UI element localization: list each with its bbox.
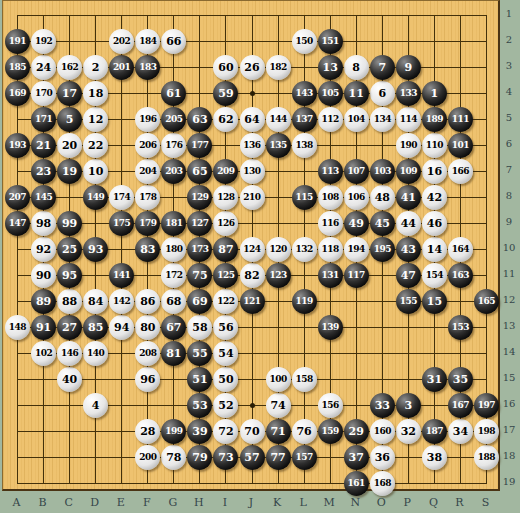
stone-72: 72 xyxy=(213,419,238,444)
stone-6: 6 xyxy=(370,81,395,106)
stone-179: 179 xyxy=(135,211,160,236)
stone-95: 95 xyxy=(57,263,82,288)
stone-94: 94 xyxy=(109,315,134,340)
stone-147: 147 xyxy=(5,211,30,236)
stone-153: 153 xyxy=(448,315,473,340)
stone-88: 88 xyxy=(57,289,82,314)
stone-183: 183 xyxy=(135,55,160,80)
stone-89: 89 xyxy=(31,289,56,314)
stone-172: 172 xyxy=(161,263,186,288)
stone-66: 66 xyxy=(161,29,186,54)
stone-67: 67 xyxy=(161,315,186,340)
goban[interactable]: 1234567891011121314151617181920212223242… xyxy=(2,0,500,491)
stone-202: 202 xyxy=(109,29,134,54)
stone-18: 18 xyxy=(83,81,108,106)
stone-19: 19 xyxy=(57,159,82,184)
stone-135: 135 xyxy=(266,133,291,158)
stone-178: 178 xyxy=(135,185,160,210)
grid-line-horizontal xyxy=(17,483,487,484)
stone-8: 8 xyxy=(344,55,369,80)
stone-210: 210 xyxy=(240,185,265,210)
stone-81: 81 xyxy=(161,341,186,366)
stone-33: 33 xyxy=(370,393,395,418)
stone-2: 2 xyxy=(83,55,108,80)
stone-34: 34 xyxy=(448,419,473,444)
stone-20: 20 xyxy=(57,133,82,158)
hoshi-point xyxy=(250,403,255,408)
stone-10: 10 xyxy=(83,159,108,184)
row-label-10: 10 xyxy=(500,242,518,253)
stone-74: 74 xyxy=(266,393,291,418)
stone-139: 139 xyxy=(318,315,343,340)
stone-58: 58 xyxy=(187,315,212,340)
stone-76: 76 xyxy=(292,419,317,444)
stone-116: 116 xyxy=(318,211,343,236)
stone-155: 155 xyxy=(396,289,421,314)
stone-107: 107 xyxy=(344,159,369,184)
stone-128: 128 xyxy=(213,185,238,210)
stone-198: 198 xyxy=(474,419,499,444)
stone-184: 184 xyxy=(135,29,160,54)
stone-113: 113 xyxy=(318,159,343,184)
stone-206: 206 xyxy=(135,133,160,158)
stone-98: 98 xyxy=(31,211,56,236)
stone-92: 92 xyxy=(31,237,56,262)
stone-51: 51 xyxy=(187,367,212,392)
stone-154: 154 xyxy=(422,263,447,288)
stone-129: 129 xyxy=(187,185,212,210)
stone-200: 200 xyxy=(135,445,160,470)
stone-181: 181 xyxy=(161,211,186,236)
stone-137: 137 xyxy=(292,107,317,132)
row-label-14: 14 xyxy=(500,346,518,357)
stone-106: 106 xyxy=(344,185,369,210)
row-label-17: 17 xyxy=(500,424,518,435)
stone-166: 166 xyxy=(448,159,473,184)
stone-100: 100 xyxy=(266,367,291,392)
row-label-8: 8 xyxy=(500,190,518,201)
stone-121: 121 xyxy=(240,289,265,314)
row-label-4: 4 xyxy=(500,86,518,97)
stone-102: 102 xyxy=(31,341,56,366)
stone-44: 44 xyxy=(396,211,421,236)
column-label-P: P xyxy=(399,496,415,509)
stone-14: 14 xyxy=(422,237,447,262)
stone-83: 83 xyxy=(135,237,160,262)
stone-99: 99 xyxy=(57,211,82,236)
stone-40: 40 xyxy=(57,367,82,392)
stone-105: 105 xyxy=(318,81,343,106)
stone-119: 119 xyxy=(292,289,317,314)
column-label-J: J xyxy=(243,496,259,509)
stone-63: 63 xyxy=(187,107,212,132)
stone-204: 204 xyxy=(135,159,160,184)
stone-112: 112 xyxy=(318,107,343,132)
stone-185: 185 xyxy=(5,55,30,80)
row-label-18: 18 xyxy=(500,450,518,461)
stone-21: 21 xyxy=(31,133,56,158)
stone-163: 163 xyxy=(448,263,473,288)
stone-182: 182 xyxy=(266,55,291,80)
stone-93: 93 xyxy=(83,237,108,262)
stone-150: 150 xyxy=(292,29,317,54)
stone-7: 7 xyxy=(370,55,395,80)
stone-90: 90 xyxy=(31,263,56,288)
column-label-Q: Q xyxy=(425,496,441,509)
stone-132: 132 xyxy=(292,237,317,262)
stone-49: 49 xyxy=(344,211,369,236)
stone-201: 201 xyxy=(109,55,134,80)
stone-12: 12 xyxy=(83,107,108,132)
go-app-frame: 1234567891011121314151617181920212223242… xyxy=(0,0,520,513)
stone-79: 79 xyxy=(187,445,212,470)
stone-207: 207 xyxy=(5,185,30,210)
stone-71: 71 xyxy=(266,419,291,444)
stone-114: 114 xyxy=(396,107,421,132)
row-label-5: 5 xyxy=(500,112,518,123)
stone-197: 197 xyxy=(474,393,499,418)
stone-162: 162 xyxy=(57,55,82,80)
stone-45: 45 xyxy=(370,211,395,236)
stone-85: 85 xyxy=(83,315,108,340)
stone-165: 165 xyxy=(474,289,499,314)
stone-28: 28 xyxy=(135,419,160,444)
row-label-12: 12 xyxy=(500,294,518,305)
stone-151: 151 xyxy=(318,29,343,54)
stone-77: 77 xyxy=(266,445,291,470)
row-label-13: 13 xyxy=(500,320,518,331)
stone-173: 173 xyxy=(187,237,212,262)
stone-91: 91 xyxy=(31,315,56,340)
stone-157: 157 xyxy=(292,445,317,470)
stone-180: 180 xyxy=(161,237,186,262)
stone-36: 36 xyxy=(370,445,395,470)
column-label-E: E xyxy=(113,496,129,509)
column-label-N: N xyxy=(347,496,363,509)
stone-46: 46 xyxy=(422,211,447,236)
stone-195: 195 xyxy=(370,237,395,262)
stone-196: 196 xyxy=(135,107,160,132)
stone-175: 175 xyxy=(109,211,134,236)
stone-78: 78 xyxy=(161,445,186,470)
stone-109: 109 xyxy=(396,159,421,184)
stone-43: 43 xyxy=(396,237,421,262)
column-label-S: S xyxy=(478,496,494,509)
stone-62: 62 xyxy=(213,107,238,132)
stone-168: 168 xyxy=(370,471,395,496)
stone-208: 208 xyxy=(135,341,160,366)
stone-5: 5 xyxy=(57,107,82,132)
stone-31: 31 xyxy=(422,367,447,392)
stone-167: 167 xyxy=(448,393,473,418)
stone-37: 37 xyxy=(344,445,369,470)
stone-192: 192 xyxy=(31,29,56,54)
stone-170: 170 xyxy=(31,81,56,106)
stone-22: 22 xyxy=(83,133,108,158)
column-label-A: A xyxy=(9,496,25,509)
stone-47: 47 xyxy=(396,263,421,288)
stone-131: 131 xyxy=(318,263,343,288)
stone-117: 117 xyxy=(344,263,369,288)
stone-160: 160 xyxy=(370,419,395,444)
stone-122: 122 xyxy=(213,289,238,314)
row-label-3: 3 xyxy=(500,60,518,71)
stone-140: 140 xyxy=(83,341,108,366)
stone-108: 108 xyxy=(318,185,343,210)
column-label-G: G xyxy=(165,496,181,509)
stone-29: 29 xyxy=(344,419,369,444)
stone-13: 13 xyxy=(318,55,343,80)
stone-156: 156 xyxy=(318,393,343,418)
stone-194: 194 xyxy=(344,237,369,262)
stone-148: 148 xyxy=(5,315,30,340)
stone-70: 70 xyxy=(240,419,265,444)
stone-130: 130 xyxy=(240,159,265,184)
stone-48: 48 xyxy=(370,185,395,210)
stone-59: 59 xyxy=(213,81,238,106)
stone-169: 169 xyxy=(5,81,30,106)
grid-line-horizontal xyxy=(17,379,487,380)
stone-203: 203 xyxy=(161,159,186,184)
stone-50: 50 xyxy=(213,367,238,392)
stone-123: 123 xyxy=(266,263,291,288)
stone-27: 27 xyxy=(57,315,82,340)
stone-209: 209 xyxy=(213,159,238,184)
stone-56: 56 xyxy=(213,315,238,340)
stone-174: 174 xyxy=(109,185,134,210)
stone-38: 38 xyxy=(422,445,447,470)
stone-1: 1 xyxy=(422,81,447,106)
stone-80: 80 xyxy=(135,315,160,340)
column-label-O: O xyxy=(373,496,389,509)
stone-57: 57 xyxy=(240,445,265,470)
stone-16: 16 xyxy=(422,159,447,184)
stone-60: 60 xyxy=(213,55,238,80)
stone-124: 124 xyxy=(240,237,265,262)
stone-161: 161 xyxy=(344,471,369,496)
stone-101: 101 xyxy=(448,133,473,158)
stone-68: 68 xyxy=(161,289,186,314)
stone-24: 24 xyxy=(31,55,56,80)
stone-144: 144 xyxy=(266,107,291,132)
column-label-R: R xyxy=(451,496,467,509)
stone-188: 188 xyxy=(474,445,499,470)
stone-159: 159 xyxy=(318,419,343,444)
column-label-C: C xyxy=(61,496,77,509)
stone-125: 125 xyxy=(213,263,238,288)
stone-86: 86 xyxy=(135,289,160,314)
stone-75: 75 xyxy=(187,263,212,288)
column-label-H: H xyxy=(191,496,207,509)
stone-11: 11 xyxy=(344,81,369,106)
stone-177: 177 xyxy=(187,133,212,158)
stone-133: 133 xyxy=(396,81,421,106)
stone-187: 187 xyxy=(422,419,447,444)
row-label-6: 6 xyxy=(500,138,518,149)
stone-54: 54 xyxy=(213,341,238,366)
column-label-D: D xyxy=(87,496,103,509)
stone-73: 73 xyxy=(213,445,238,470)
stone-158: 158 xyxy=(292,367,317,392)
stone-190: 190 xyxy=(396,133,421,158)
column-label-L: L xyxy=(295,496,311,509)
stone-25: 25 xyxy=(57,237,82,262)
stone-110: 110 xyxy=(422,133,447,158)
column-label-M: M xyxy=(321,496,337,509)
stone-142: 142 xyxy=(109,289,134,314)
row-label-1: 1 xyxy=(500,8,518,19)
stone-205: 205 xyxy=(161,107,186,132)
stone-61: 61 xyxy=(161,81,186,106)
row-label-11: 11 xyxy=(500,268,518,279)
stone-126: 126 xyxy=(213,211,238,236)
stone-171: 171 xyxy=(31,107,56,132)
stone-115: 115 xyxy=(292,185,317,210)
stone-191: 191 xyxy=(5,29,30,54)
stone-23: 23 xyxy=(31,159,56,184)
stone-87: 87 xyxy=(213,237,238,262)
stone-103: 103 xyxy=(370,159,395,184)
row-label-19: 19 xyxy=(500,476,518,487)
stone-41: 41 xyxy=(396,185,421,210)
stone-193: 193 xyxy=(5,133,30,158)
stone-82: 82 xyxy=(240,263,265,288)
stone-17: 17 xyxy=(57,81,82,106)
column-label-I: I xyxy=(217,496,233,509)
stone-52: 52 xyxy=(213,393,238,418)
stone-120: 120 xyxy=(266,237,291,262)
stone-164: 164 xyxy=(448,237,473,262)
stone-199: 199 xyxy=(161,419,186,444)
row-label-2: 2 xyxy=(500,34,518,45)
row-label-7: 7 xyxy=(500,164,518,175)
row-label-15: 15 xyxy=(500,372,518,383)
stone-53: 53 xyxy=(187,393,212,418)
stone-111: 111 xyxy=(448,107,473,132)
stone-176: 176 xyxy=(161,133,186,158)
stone-64: 64 xyxy=(240,107,265,132)
stone-32: 32 xyxy=(396,419,421,444)
stone-134: 134 xyxy=(370,107,395,132)
stone-138: 138 xyxy=(292,133,317,158)
stone-141: 141 xyxy=(109,263,134,288)
hoshi-point xyxy=(250,91,255,96)
stone-55: 55 xyxy=(187,341,212,366)
stone-26: 26 xyxy=(240,55,265,80)
stone-143: 143 xyxy=(292,81,317,106)
stone-96: 96 xyxy=(135,367,160,392)
stone-84: 84 xyxy=(83,289,108,314)
column-label-B: B xyxy=(35,496,51,509)
stone-104: 104 xyxy=(344,107,369,132)
stone-3: 3 xyxy=(396,393,421,418)
stone-149: 149 xyxy=(83,185,108,210)
stone-35: 35 xyxy=(448,367,473,392)
stone-127: 127 xyxy=(187,211,212,236)
column-label-K: K xyxy=(269,496,285,509)
column-label-F: F xyxy=(139,496,155,509)
stone-145: 145 xyxy=(31,185,56,210)
stone-146: 146 xyxy=(57,341,82,366)
row-label-16: 16 xyxy=(500,398,518,409)
row-label-9: 9 xyxy=(500,216,518,227)
stone-118: 118 xyxy=(318,237,343,262)
stone-42: 42 xyxy=(422,185,447,210)
stone-39: 39 xyxy=(187,419,212,444)
stone-69: 69 xyxy=(187,289,212,314)
stone-136: 136 xyxy=(240,133,265,158)
stone-189: 189 xyxy=(422,107,447,132)
stone-65: 65 xyxy=(187,159,212,184)
stone-15: 15 xyxy=(422,289,447,314)
stone-4: 4 xyxy=(83,393,108,418)
stone-9: 9 xyxy=(396,55,421,80)
